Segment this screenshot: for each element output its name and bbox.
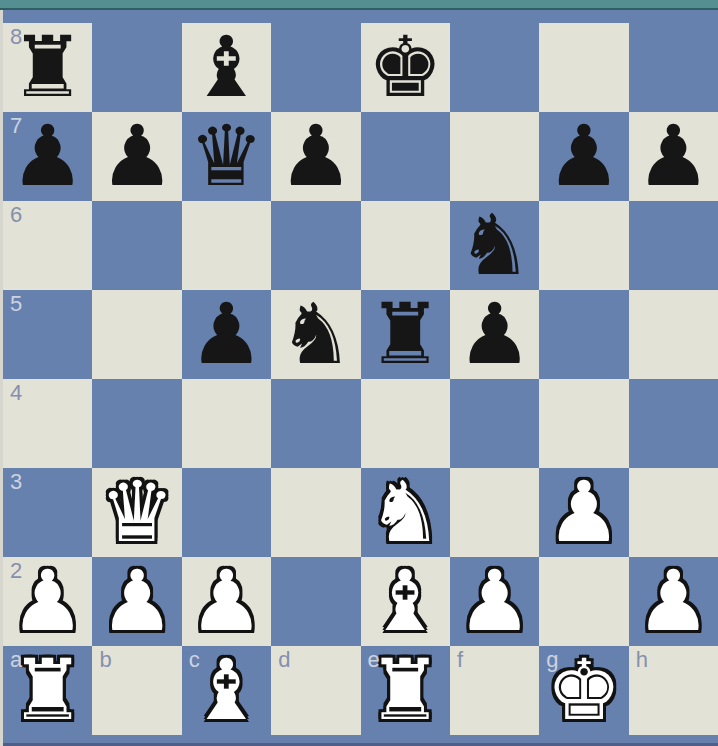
white-bishop-piece[interactable]: ♝ [189, 646, 264, 735]
file-label-h: h [636, 649, 648, 671]
black-rook-piece[interactable]: ♜ [368, 290, 443, 379]
white-king-piece[interactable]: ♚ [546, 646, 621, 735]
square-e8[interactable]: ♚ [361, 23, 450, 112]
chess-board: 8♜♝♚7♟♟♛♟♟♟6♞5♟♞♜♟43♛♞♟2♟♟♟♝♟♟a♜bc♝de♜fg… [3, 23, 718, 735]
square-f7[interactable] [450, 112, 539, 201]
black-pawn-piece[interactable]: ♟ [636, 112, 711, 201]
square-h5[interactable] [629, 290, 718, 379]
square-e7[interactable] [361, 112, 450, 201]
square-b6[interactable] [92, 201, 181, 290]
black-queen-piece[interactable]: ♛ [189, 112, 264, 201]
square-d2[interactable] [271, 557, 360, 646]
square-e6[interactable] [361, 201, 450, 290]
square-d7[interactable]: ♟ [271, 112, 360, 201]
black-pawn-piece[interactable]: ♟ [278, 112, 353, 201]
square-b4[interactable] [92, 379, 181, 468]
black-pawn-piece[interactable]: ♟ [189, 290, 264, 379]
square-d8[interactable] [271, 23, 360, 112]
square-g7[interactable]: ♟ [539, 112, 628, 201]
square-f8[interactable] [450, 23, 539, 112]
square-d4[interactable] [271, 379, 360, 468]
square-c7[interactable]: ♛ [182, 112, 271, 201]
white-queen-piece[interactable]: ♛ [99, 468, 174, 557]
square-h6[interactable] [629, 201, 718, 290]
square-e2[interactable]: ♝ [361, 557, 450, 646]
square-b1[interactable]: b [92, 646, 181, 735]
screen-left-edge [0, 10, 3, 746]
black-rook-piece[interactable]: ♜ [10, 23, 85, 112]
file-label-f: f [457, 649, 463, 671]
white-bishop-piece[interactable]: ♝ [368, 557, 443, 646]
black-pawn-piece[interactable]: ♟ [546, 112, 621, 201]
rank-label-5: 5 [10, 293, 22, 315]
square-c2[interactable]: ♟ [182, 557, 271, 646]
square-h8[interactable] [629, 23, 718, 112]
square-b7[interactable]: ♟ [92, 112, 181, 201]
square-h7[interactable]: ♟ [629, 112, 718, 201]
black-knight-piece[interactable]: ♞ [278, 290, 353, 379]
square-d1[interactable]: d [271, 646, 360, 735]
square-c8[interactable]: ♝ [182, 23, 271, 112]
square-h1[interactable]: h [629, 646, 718, 735]
square-f1[interactable]: f [450, 646, 539, 735]
square-h3[interactable] [629, 468, 718, 557]
black-pawn-piece[interactable]: ♟ [99, 112, 174, 201]
square-c4[interactable] [182, 379, 271, 468]
white-pawn-piece[interactable]: ♟ [457, 557, 532, 646]
square-a6[interactable]: 6 [3, 201, 92, 290]
square-d3[interactable] [271, 468, 360, 557]
square-a8[interactable]: 8♜ [3, 23, 92, 112]
square-a3[interactable]: 3 [3, 468, 92, 557]
rank-label-6: 6 [10, 204, 22, 226]
square-d5[interactable]: ♞ [271, 290, 360, 379]
white-pawn-piece[interactable]: ♟ [10, 557, 85, 646]
square-f4[interactable] [450, 379, 539, 468]
square-c3[interactable] [182, 468, 271, 557]
square-e5[interactable]: ♜ [361, 290, 450, 379]
square-d6[interactable] [271, 201, 360, 290]
square-c5[interactable]: ♟ [182, 290, 271, 379]
black-pawn-piece[interactable]: ♟ [457, 290, 532, 379]
white-pawn-piece[interactable]: ♟ [546, 468, 621, 557]
status-bar [0, 0, 718, 10]
square-g5[interactable] [539, 290, 628, 379]
square-h4[interactable] [629, 379, 718, 468]
square-e1[interactable]: e♜ [361, 646, 450, 735]
file-label-d: d [278, 649, 290, 671]
app-screen: 8♜♝♚7♟♟♛♟♟♟6♞5♟♞♜♟43♛♞♟2♟♟♟♝♟♟a♜bc♝de♜fg… [0, 0, 718, 746]
square-a2[interactable]: 2♟ [3, 557, 92, 646]
rank-label-4: 4 [10, 382, 22, 404]
white-rook-piece[interactable]: ♜ [368, 646, 443, 735]
black-pawn-piece[interactable]: ♟ [10, 112, 85, 201]
square-b3[interactable]: ♛ [92, 468, 181, 557]
square-a1[interactable]: a♜ [3, 646, 92, 735]
white-pawn-piece[interactable]: ♟ [99, 557, 174, 646]
square-f6[interactable]: ♞ [450, 201, 539, 290]
square-b2[interactable]: ♟ [92, 557, 181, 646]
rank-label-3: 3 [10, 471, 22, 493]
square-g1[interactable]: g♚ [539, 646, 628, 735]
square-a7[interactable]: 7♟ [3, 112, 92, 201]
white-rook-piece[interactable]: ♜ [10, 646, 85, 735]
square-g4[interactable] [539, 379, 628, 468]
square-e3[interactable]: ♞ [361, 468, 450, 557]
white-pawn-piece[interactable]: ♟ [636, 557, 711, 646]
square-h2[interactable]: ♟ [629, 557, 718, 646]
square-f2[interactable]: ♟ [450, 557, 539, 646]
square-g2[interactable] [539, 557, 628, 646]
square-g3[interactable]: ♟ [539, 468, 628, 557]
square-g6[interactable] [539, 201, 628, 290]
white-knight-piece[interactable]: ♞ [368, 468, 443, 557]
square-g8[interactable] [539, 23, 628, 112]
black-bishop-piece[interactable]: ♝ [189, 23, 264, 112]
square-f5[interactable]: ♟ [450, 290, 539, 379]
black-king-piece[interactable]: ♚ [368, 23, 443, 112]
square-b8[interactable] [92, 23, 181, 112]
file-label-b: b [99, 649, 111, 671]
square-e4[interactable] [361, 379, 450, 468]
white-pawn-piece[interactable]: ♟ [189, 557, 264, 646]
square-b5[interactable] [92, 290, 181, 379]
square-c6[interactable] [182, 201, 271, 290]
square-a5[interactable]: 5 [3, 290, 92, 379]
square-c1[interactable]: c♝ [182, 646, 271, 735]
square-f3[interactable] [450, 468, 539, 557]
black-knight-piece[interactable]: ♞ [457, 201, 532, 290]
square-a4[interactable]: 4 [3, 379, 92, 468]
